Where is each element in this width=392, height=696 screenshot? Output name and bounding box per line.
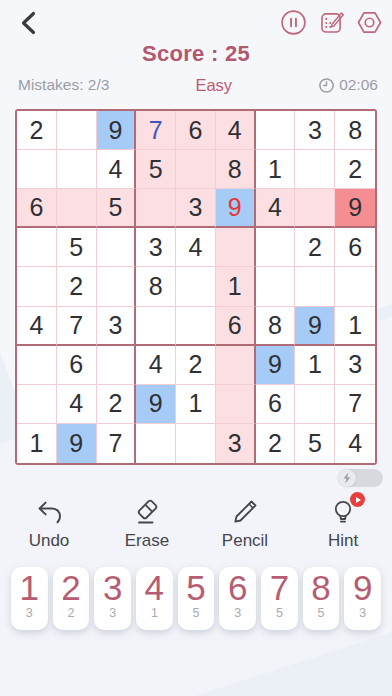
numpad-2[interactable]: 22 [53,567,90,630]
numpad-remaining-count: 5 [193,606,200,620]
cell-r3c2[interactable] [57,189,97,228]
numpad-remaining-count: 3 [359,606,366,620]
numpad-9[interactable]: 93 [344,567,381,630]
cell-r7c9[interactable]: 3 [335,346,375,385]
cell-r2c6[interactable]: 8 [216,150,256,189]
cell-r9c5[interactable] [176,424,216,463]
numpad-5[interactable]: 55 [178,567,215,630]
sudoku-app: Score : 25 Mistakes: 2/3 Easy 02:06 2976… [0,0,392,696]
cell-r2c9[interactable]: 2 [335,150,375,189]
cell-r6c3[interactable]: 3 [97,307,137,346]
cell-r3c6[interactable]: 9 [216,189,256,228]
toggle-knob [338,469,356,487]
difficulty-label: Easy [195,76,232,95]
cell-r8c1[interactable] [17,385,57,424]
cell-r9c6[interactable]: 3 [216,424,256,463]
numpad-remaining-count: 3 [109,606,116,620]
cell-r1c1[interactable]: 2 [17,111,57,150]
cell-r8c4[interactable]: 9 [136,385,176,424]
pencil-label: Pencil [222,531,268,551]
gear-icon [355,8,384,37]
numpad-digit: 1 [20,568,39,608]
cell-r9c1[interactable]: 1 [17,424,57,463]
cell-r7c5[interactable]: 2 [176,346,216,385]
cell-r3c1[interactable]: 6 [17,189,57,228]
cell-r1c7[interactable] [256,111,296,150]
mistakes-text: Mistakes: 2/3 [18,76,109,94]
cell-r2c3[interactable]: 4 [97,150,137,189]
numpad-remaining-count: 3 [26,606,33,620]
cell-r7c6[interactable] [216,346,256,385]
score-text: Score : 25 [0,41,392,67]
cell-r5c7[interactable] [256,267,296,306]
numpad-digit: 7 [270,568,289,608]
numpad-4[interactable]: 41 [136,567,173,630]
undo-icon [33,496,65,528]
pause-button[interactable] [279,8,308,37]
number-pad: 132233415563758593 [0,567,392,630]
back-chevron-icon [14,7,46,39]
cell-r3c9[interactable]: 9 [335,189,375,228]
numpad-3[interactable]: 33 [94,567,131,630]
cell-r6c5[interactable] [176,307,216,346]
cell-r5c6[interactable]: 1 [216,267,256,306]
cell-r4c7[interactable] [256,228,296,267]
cell-r8c3[interactable]: 2 [97,385,137,424]
status-row: Mistakes: 2/3 Easy 02:06 [18,74,378,96]
cell-r1c3[interactable]: 9 [97,111,137,150]
numpad-8[interactable]: 85 [303,567,340,630]
cell-r7c8[interactable]: 1 [295,346,335,385]
numpad-digit: 5 [186,568,205,608]
cell-r9c7[interactable]: 2 [256,424,296,463]
cell-r8c7[interactable]: 6 [256,385,296,424]
cell-r9c4[interactable] [136,424,176,463]
numpad-remaining-count: 5 [318,606,325,620]
cell-r8c8[interactable] [295,385,335,424]
pencil-button[interactable]: Pencil [196,496,294,551]
top-bar [0,6,392,40]
timer: 02:06 [318,76,378,94]
cell-r5c4[interactable]: 8 [136,267,176,306]
clock-icon [318,77,335,94]
undo-label: Undo [29,531,70,551]
cell-r1c8[interactable]: 3 [295,111,335,150]
numpad-1[interactable]: 13 [11,567,48,630]
cell-r6c2[interactable]: 7 [57,307,97,346]
cell-r6c4[interactable] [136,307,176,346]
cell-r1c4[interactable]: 7 [136,111,176,150]
cell-r1c6[interactable]: 4 [216,111,256,150]
numpad-7[interactable]: 75 [261,567,298,630]
cell-r9c8[interactable]: 5 [295,424,335,463]
numpad-digit: 6 [228,568,247,608]
hint-ad-badge [350,492,365,507]
cell-r2c8[interactable] [295,150,335,189]
cell-r9c9[interactable]: 4 [335,424,375,463]
cell-r8c2[interactable]: 4 [57,385,97,424]
cell-r3c4[interactable] [136,189,176,228]
cell-r2c1[interactable] [17,150,57,189]
cell-r5c2[interactable]: 2 [57,267,97,306]
numpad-6[interactable]: 63 [219,567,256,630]
cell-r9c2[interactable]: 9 [57,424,97,463]
erase-button[interactable]: Erase [98,496,196,551]
undo-button[interactable]: Undo [0,496,98,551]
cell-r7c7[interactable]: 9 [256,346,296,385]
cell-r2c2[interactable] [57,150,97,189]
cell-r8c6[interactable] [216,385,256,424]
numpad-digit: 8 [311,568,330,608]
cell-r4c2[interactable]: 5 [57,228,97,267]
numpad-remaining-count: 1 [151,606,158,620]
cell-r5c9[interactable] [335,267,375,306]
back-button[interactable] [14,7,46,39]
cell-r4c4[interactable]: 3 [136,228,176,267]
cell-r5c5[interactable] [176,267,216,306]
numpad-digit: 2 [61,568,80,608]
cell-r7c2[interactable]: 6 [57,346,97,385]
erase-label: Erase [125,531,169,551]
cell-r3c5[interactable]: 3 [176,189,216,228]
cell-r3c8[interactable] [295,189,335,228]
numpad-digit: 9 [353,568,372,608]
hint-bulb-icon [327,496,359,528]
cell-r5c8[interactable] [295,267,335,306]
numpad-digit: 4 [145,568,164,608]
cell-r1c9[interactable]: 8 [335,111,375,150]
cell-r4c1[interactable] [17,228,57,267]
cell-r3c7[interactable]: 4 [256,189,296,228]
cell-r4c3[interactable] [97,228,137,267]
hint-label: Hint [328,531,358,551]
eraser-icon [131,496,163,528]
cell-r5c1[interactable] [17,267,57,306]
cell-r8c9[interactable]: 7 [335,385,375,424]
cell-r7c1[interactable] [17,346,57,385]
cell-r4c8[interactable]: 2 [295,228,335,267]
sudoku-board: 2976438458126539495342628147368916429134… [15,109,377,465]
numpad-remaining-count: 3 [234,606,241,620]
cell-r2c5[interactable] [176,150,216,189]
cell-r3c3[interactable]: 5 [97,189,137,228]
settings-button[interactable] [355,8,384,37]
numpad-remaining-count: 2 [68,606,75,620]
cell-r6c1[interactable]: 4 [17,307,57,346]
hint-button[interactable]: Hint [294,496,392,551]
cell-r6c7[interactable]: 8 [256,307,296,346]
cell-r4c6[interactable] [216,228,256,267]
timer-text: 02:06 [339,76,378,94]
cell-r7c3[interactable] [97,346,137,385]
cell-r6c6[interactable]: 6 [216,307,256,346]
cell-r2c4[interactable]: 5 [136,150,176,189]
cell-r1c2[interactable] [57,111,97,150]
tool-bar: Undo Erase Pencil [0,496,392,551]
numpad-digit: 3 [103,568,122,608]
cell-r2c7[interactable]: 1 [256,150,296,189]
cell-r4c9[interactable]: 6 [335,228,375,267]
energy-toggle[interactable] [338,469,383,487]
cell-r5c3[interactable] [97,267,137,306]
play-icon [356,497,361,503]
cell-r8c5[interactable]: 1 [176,385,216,424]
cell-r6c8[interactable]: 9 [295,307,335,346]
pause-icon [279,8,308,37]
notes-pencil-icon [317,8,346,37]
lightning-icon [342,472,352,484]
cell-r6c9[interactable]: 1 [335,307,375,346]
cell-r7c4[interactable]: 4 [136,346,176,385]
cell-r9c3[interactable]: 7 [97,424,137,463]
numpad-remaining-count: 5 [276,606,283,620]
pencil-icon [229,496,261,528]
cell-r1c5[interactable]: 6 [176,111,216,150]
cell-r4c5[interactable]: 4 [176,228,216,267]
notes-board-button[interactable] [317,8,346,37]
